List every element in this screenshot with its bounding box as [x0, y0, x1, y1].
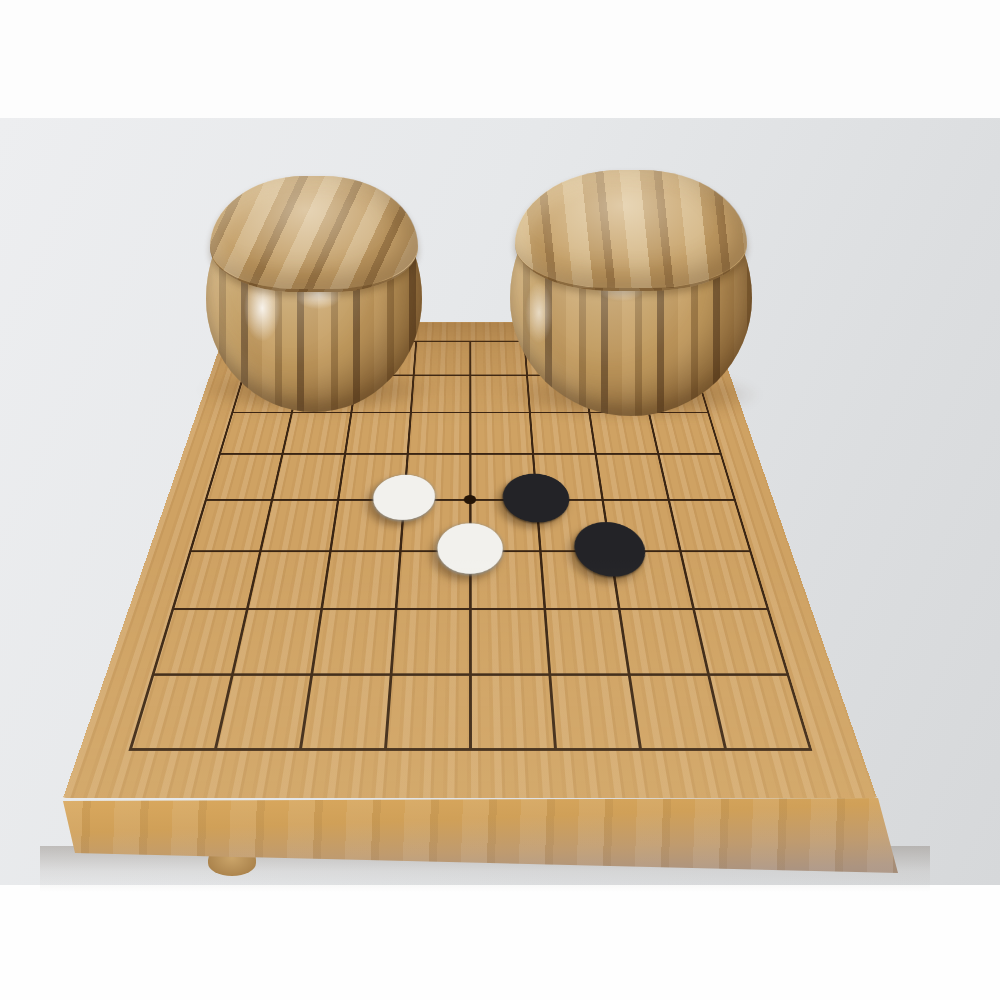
go-bowl-right	[510, 170, 752, 416]
intersection-r6c3[interactable]	[290, 525, 368, 579]
stone-white-E4[interactable]: ●	[432, 516, 508, 569]
intersection-r7c5[interactable]	[432, 579, 509, 640]
intersection-r9c4[interactable]	[338, 710, 429, 790]
go-bowl-right-lid	[515, 170, 747, 291]
intersection-r9c7[interactable]	[593, 710, 690, 790]
intersection-r1c5[interactable]	[442, 325, 497, 357]
intersection-r7c2[interactable]	[201, 579, 289, 640]
intersection-r4c7[interactable]	[562, 432, 631, 476]
intersection-r4c2[interactable]	[245, 432, 318, 476]
intersection-r4c9[interactable]	[684, 432, 760, 476]
stone-black-G4[interactable]: ●	[566, 516, 654, 569]
intersection-r5c6[interactable]: ●	[502, 476, 572, 525]
intersection-r5c4[interactable]: ●	[368, 476, 438, 525]
intersection-r6c9[interactable]	[708, 525, 795, 579]
intersection-r4c1[interactable]	[181, 432, 257, 476]
intersection-r8c7[interactable]	[585, 640, 675, 710]
intersection-r8c4[interactable]	[347, 640, 432, 710]
intersection-r7c4[interactable]	[355, 579, 434, 640]
background-bottom-white-band	[0, 885, 1000, 1000]
intersection-r7c7[interactable]	[578, 579, 662, 640]
intersection-r8c3[interactable]	[265, 640, 355, 710]
intersection-r7c3[interactable]	[278, 579, 362, 640]
background-top-white-band	[0, 0, 1000, 118]
intersection-r4c5[interactable]	[438, 432, 502, 476]
stone-white-D5[interactable]: ●	[367, 469, 441, 517]
intersection-r5c3[interactable]	[300, 476, 374, 525]
intersection-r4c8[interactable]	[623, 432, 696, 476]
intersection-r3c5[interactable]	[439, 393, 500, 432]
go-bowl-left-lid	[210, 176, 417, 292]
go-bowl-left	[206, 176, 422, 412]
intersection-r9c3[interactable]	[250, 710, 347, 790]
intersection-r8c6[interactable]	[508, 640, 593, 710]
intersection-r7c6[interactable]	[506, 579, 585, 640]
intersection-r2c5[interactable]	[441, 358, 499, 394]
intersection-r7c9[interactable]	[722, 579, 815, 640]
intersection-r5c2[interactable]	[232, 476, 309, 525]
intersection-r6c4[interactable]	[362, 525, 436, 579]
intersection-r6c2[interactable]	[218, 525, 300, 579]
intersection-r6c5[interactable]: ●	[434, 525, 506, 579]
intersection-r6c7[interactable]: ●	[572, 525, 650, 579]
intersection-r9c6[interactable]	[511, 710, 602, 790]
intersection-r5c9[interactable]	[695, 476, 776, 525]
intersection-r8c5[interactable]	[429, 640, 511, 710]
photo-stage: ●●●●	[0, 0, 1000, 1000]
intersection-r9c5[interactable]	[426, 710, 514, 790]
intersection-r4c3[interactable]	[309, 432, 378, 476]
intersection-r8c9[interactable]	[739, 640, 840, 710]
